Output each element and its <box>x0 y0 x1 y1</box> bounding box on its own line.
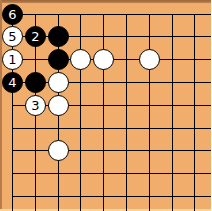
board-edge-top <box>0 0 211 3</box>
go-stone-black-move-4: 4 <box>2 72 23 93</box>
grid-line-horizontal <box>13 14 212 15</box>
grid-line-horizontal <box>13 150 212 151</box>
board-edge-bottom <box>0 209 211 211</box>
go-stone-white <box>48 140 69 161</box>
stone-move-number: 6 <box>8 8 16 21</box>
grid-line-vertical <box>194 14 195 211</box>
go-stone-black-move-2: 2 <box>25 26 46 47</box>
grid-line-vertical <box>172 14 173 211</box>
grid-line-vertical <box>149 14 150 211</box>
stone-move-number: 1 <box>8 53 16 66</box>
stone-move-number: 5 <box>8 30 16 43</box>
grid-line-horizontal <box>13 196 212 197</box>
go-stone-white-move-1: 1 <box>2 49 23 70</box>
go-stone-white <box>48 72 69 93</box>
go-stone-white <box>93 49 114 70</box>
grid-line-vertical <box>103 14 104 211</box>
go-board-diagram: 652143 <box>0 0 211 211</box>
grid-line-horizontal <box>13 173 212 174</box>
stone-move-number: 3 <box>31 99 39 112</box>
stone-move-number: 2 <box>31 30 39 43</box>
go-stone-black-move-6: 6 <box>2 4 23 25</box>
go-stone-white-move-3: 3 <box>25 95 46 116</box>
go-stone-black <box>48 26 69 47</box>
grid-line-vertical <box>126 14 127 211</box>
go-stone-black <box>48 49 69 70</box>
board-edge-left <box>0 0 2 211</box>
go-stone-white <box>139 49 160 70</box>
go-stone-white <box>48 95 69 116</box>
go-stone-white <box>70 49 91 70</box>
grid-line-horizontal <box>13 128 212 129</box>
go-stone-white-move-5: 5 <box>2 26 23 47</box>
go-stone-black <box>25 72 46 93</box>
grid-line-vertical <box>80 14 81 211</box>
stone-move-number: 4 <box>8 76 16 89</box>
